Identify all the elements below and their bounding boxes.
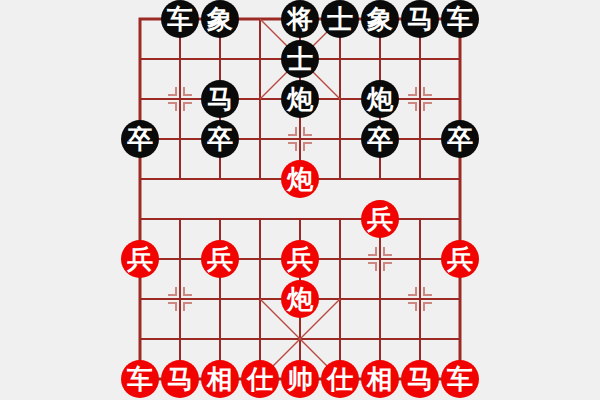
piece-red-cannon[interactable]: 炮 (281, 280, 319, 318)
piece-red-soldier[interactable]: 兵 (281, 240, 319, 278)
piece-black-horse[interactable]: 马 (401, 0, 439, 38)
piece-black-cannon[interactable]: 炮 (361, 80, 399, 118)
piece-black-elephant[interactable]: 象 (361, 0, 399, 38)
piece-red-soldier[interactable]: 兵 (121, 240, 159, 278)
piece-red-soldier[interactable]: 兵 (361, 200, 399, 238)
piece-red-soldier[interactable]: 兵 (441, 240, 479, 278)
piece-black-soldier[interactable]: 卒 (201, 120, 239, 158)
piece-red-elephant[interactable]: 相 (201, 360, 239, 398)
piece-black-soldier[interactable]: 卒 (361, 120, 399, 158)
piece-black-general[interactable]: 将 (281, 0, 319, 38)
piece-red-advisor[interactable]: 仕 (321, 360, 359, 398)
piece-black-chariot[interactable]: 车 (161, 0, 199, 38)
piece-black-cannon[interactable]: 炮 (281, 80, 319, 118)
piece-red-elephant[interactable]: 相 (361, 360, 399, 398)
piece-black-advisor[interactable]: 士 (321, 0, 359, 38)
piece-black-horse[interactable]: 马 (201, 80, 239, 118)
piece-red-horse[interactable]: 马 (401, 360, 439, 398)
pieces-layer: 车象将士象马车士马炮炮卒卒卒卒炮兵兵兵兵兵炮车马相仕帅仕相马车 (0, 0, 600, 400)
piece-black-chariot[interactable]: 车 (441, 0, 479, 38)
piece-black-advisor[interactable]: 士 (281, 40, 319, 78)
piece-black-elephant[interactable]: 象 (201, 0, 239, 38)
piece-red-advisor[interactable]: 仕 (241, 360, 279, 398)
piece-black-soldier[interactable]: 卒 (441, 120, 479, 158)
piece-red-chariot[interactable]: 车 (121, 360, 159, 398)
piece-red-chariot[interactable]: 车 (441, 360, 479, 398)
piece-black-soldier[interactable]: 卒 (121, 120, 159, 158)
xiangqi-board[interactable]: 车象将士象马车士马炮炮卒卒卒卒炮兵兵兵兵兵炮车马相仕帅仕相马车 (0, 0, 600, 400)
piece-red-horse[interactable]: 马 (161, 360, 199, 398)
piece-red-cannon[interactable]: 炮 (281, 160, 319, 198)
piece-red-general[interactable]: 帅 (281, 360, 319, 398)
xiangqi-screenshot: 车象将士象马车士马炮炮卒卒卒卒炮兵兵兵兵兵炮车马相仕帅仕相马车 (0, 0, 600, 400)
piece-red-soldier[interactable]: 兵 (201, 240, 239, 278)
